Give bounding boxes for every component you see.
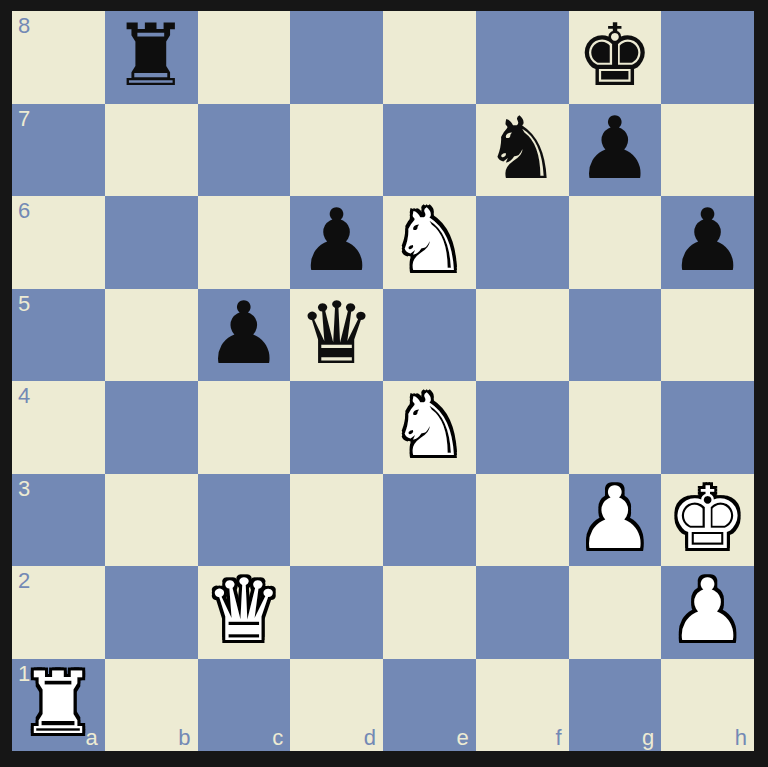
piece-black-pawn[interactable]: ♟ — [205, 290, 282, 376]
square-g3[interactable]: ♟ — [569, 474, 662, 567]
piece-black-knight[interactable]: ♞ — [484, 105, 561, 191]
square-f8[interactable] — [476, 11, 569, 104]
square-b8[interactable]: ♜ — [105, 11, 198, 104]
square-g1[interactable]: g — [569, 659, 662, 752]
square-a3[interactable]: 3 — [12, 474, 105, 567]
file-label-b: b — [178, 727, 190, 749]
square-a8[interactable]: 8 — [12, 11, 105, 104]
file-label-f: f — [555, 727, 561, 749]
square-f7[interactable]: ♞ — [476, 104, 569, 197]
square-a7[interactable]: 7 — [12, 104, 105, 197]
piece-white-queen[interactable]: ♛ — [205, 567, 282, 653]
square-e1[interactable]: e — [383, 659, 476, 752]
file-label-d: d — [364, 727, 376, 749]
file-label-g: g — [642, 727, 654, 749]
rank-label-5: 5 — [18, 293, 30, 315]
square-f1[interactable]: f — [476, 659, 569, 752]
square-e4[interactable]: ♞ — [383, 381, 476, 474]
rank-label-2: 2 — [18, 570, 30, 592]
square-a1[interactable]: 1a♜ — [12, 659, 105, 752]
square-d6[interactable]: ♟ — [290, 196, 383, 289]
square-h1[interactable]: h — [661, 659, 754, 752]
piece-white-knight[interactable]: ♞ — [391, 382, 468, 468]
square-a5[interactable]: 5 — [12, 289, 105, 382]
square-c4[interactable] — [198, 381, 291, 474]
square-d1[interactable]: d — [290, 659, 383, 752]
file-label-e: e — [457, 727, 469, 749]
rank-label-3: 3 — [18, 478, 30, 500]
piece-black-pawn[interactable]: ♟ — [298, 197, 375, 283]
square-h5[interactable] — [661, 289, 754, 382]
square-b1[interactable]: b — [105, 659, 198, 752]
piece-white-king[interactable]: ♚ — [669, 475, 746, 561]
file-label-h: h — [735, 727, 747, 749]
square-b5[interactable] — [105, 289, 198, 382]
square-c5[interactable]: ♟ — [198, 289, 291, 382]
square-b3[interactable] — [105, 474, 198, 567]
square-h6[interactable]: ♟ — [661, 196, 754, 289]
piece-black-pawn[interactable]: ♟ — [669, 197, 746, 283]
square-f3[interactable] — [476, 474, 569, 567]
square-f2[interactable] — [476, 566, 569, 659]
square-e6[interactable]: ♞ — [383, 196, 476, 289]
piece-black-queen[interactable]: ♛ — [298, 290, 375, 376]
square-h7[interactable] — [661, 104, 754, 197]
square-g6[interactable] — [569, 196, 662, 289]
square-b6[interactable] — [105, 196, 198, 289]
square-c8[interactable] — [198, 11, 291, 104]
square-a6[interactable]: 6 — [12, 196, 105, 289]
board-frame: 8♜♚7♞♟6♟♞♟5♟♛4♞3♟♚2♛♟1a♜bcdefgh — [0, 0, 768, 767]
square-d2[interactable] — [290, 566, 383, 659]
chess-board: 8♜♚7♞♟6♟♞♟5♟♛4♞3♟♚2♛♟1a♜bcdefgh — [12, 11, 754, 751]
rank-label-7: 7 — [18, 108, 30, 130]
piece-black-pawn[interactable]: ♟ — [576, 105, 653, 191]
rank-label-6: 6 — [18, 200, 30, 222]
piece-white-pawn[interactable]: ♟ — [669, 567, 746, 653]
square-f5[interactable] — [476, 289, 569, 382]
square-a4[interactable]: 4 — [12, 381, 105, 474]
square-b7[interactable] — [105, 104, 198, 197]
piece-white-rook[interactable]: ♜ — [20, 660, 97, 746]
square-f4[interactable] — [476, 381, 569, 474]
square-b4[interactable] — [105, 381, 198, 474]
square-d5[interactable]: ♛ — [290, 289, 383, 382]
square-c1[interactable]: c — [198, 659, 291, 752]
rank-label-8: 8 — [18, 15, 30, 37]
square-a2[interactable]: 2 — [12, 566, 105, 659]
rank-label-4: 4 — [18, 385, 30, 407]
square-d7[interactable] — [290, 104, 383, 197]
piece-black-king[interactable]: ♚ — [576, 12, 653, 98]
square-h3[interactable]: ♚ — [661, 474, 754, 567]
square-h2[interactable]: ♟ — [661, 566, 754, 659]
square-b2[interactable] — [105, 566, 198, 659]
square-h8[interactable] — [661, 11, 754, 104]
square-c3[interactable] — [198, 474, 291, 567]
square-d3[interactable] — [290, 474, 383, 567]
square-e7[interactable] — [383, 104, 476, 197]
square-g2[interactable] — [569, 566, 662, 659]
square-e3[interactable] — [383, 474, 476, 567]
square-h4[interactable] — [661, 381, 754, 474]
piece-black-rook[interactable]: ♜ — [113, 12, 190, 98]
square-g4[interactable] — [569, 381, 662, 474]
square-c6[interactable] — [198, 196, 291, 289]
square-e8[interactable] — [383, 11, 476, 104]
square-d4[interactable] — [290, 381, 383, 474]
square-e2[interactable] — [383, 566, 476, 659]
piece-white-pawn[interactable]: ♟ — [576, 475, 653, 561]
square-f6[interactable] — [476, 196, 569, 289]
square-g5[interactable] — [569, 289, 662, 382]
piece-white-knight[interactable]: ♞ — [391, 197, 468, 283]
square-d8[interactable] — [290, 11, 383, 104]
square-g8[interactable]: ♚ — [569, 11, 662, 104]
square-c7[interactable] — [198, 104, 291, 197]
square-g7[interactable]: ♟ — [569, 104, 662, 197]
square-e5[interactable] — [383, 289, 476, 382]
file-label-c: c — [272, 727, 283, 749]
square-c2[interactable]: ♛ — [198, 566, 291, 659]
